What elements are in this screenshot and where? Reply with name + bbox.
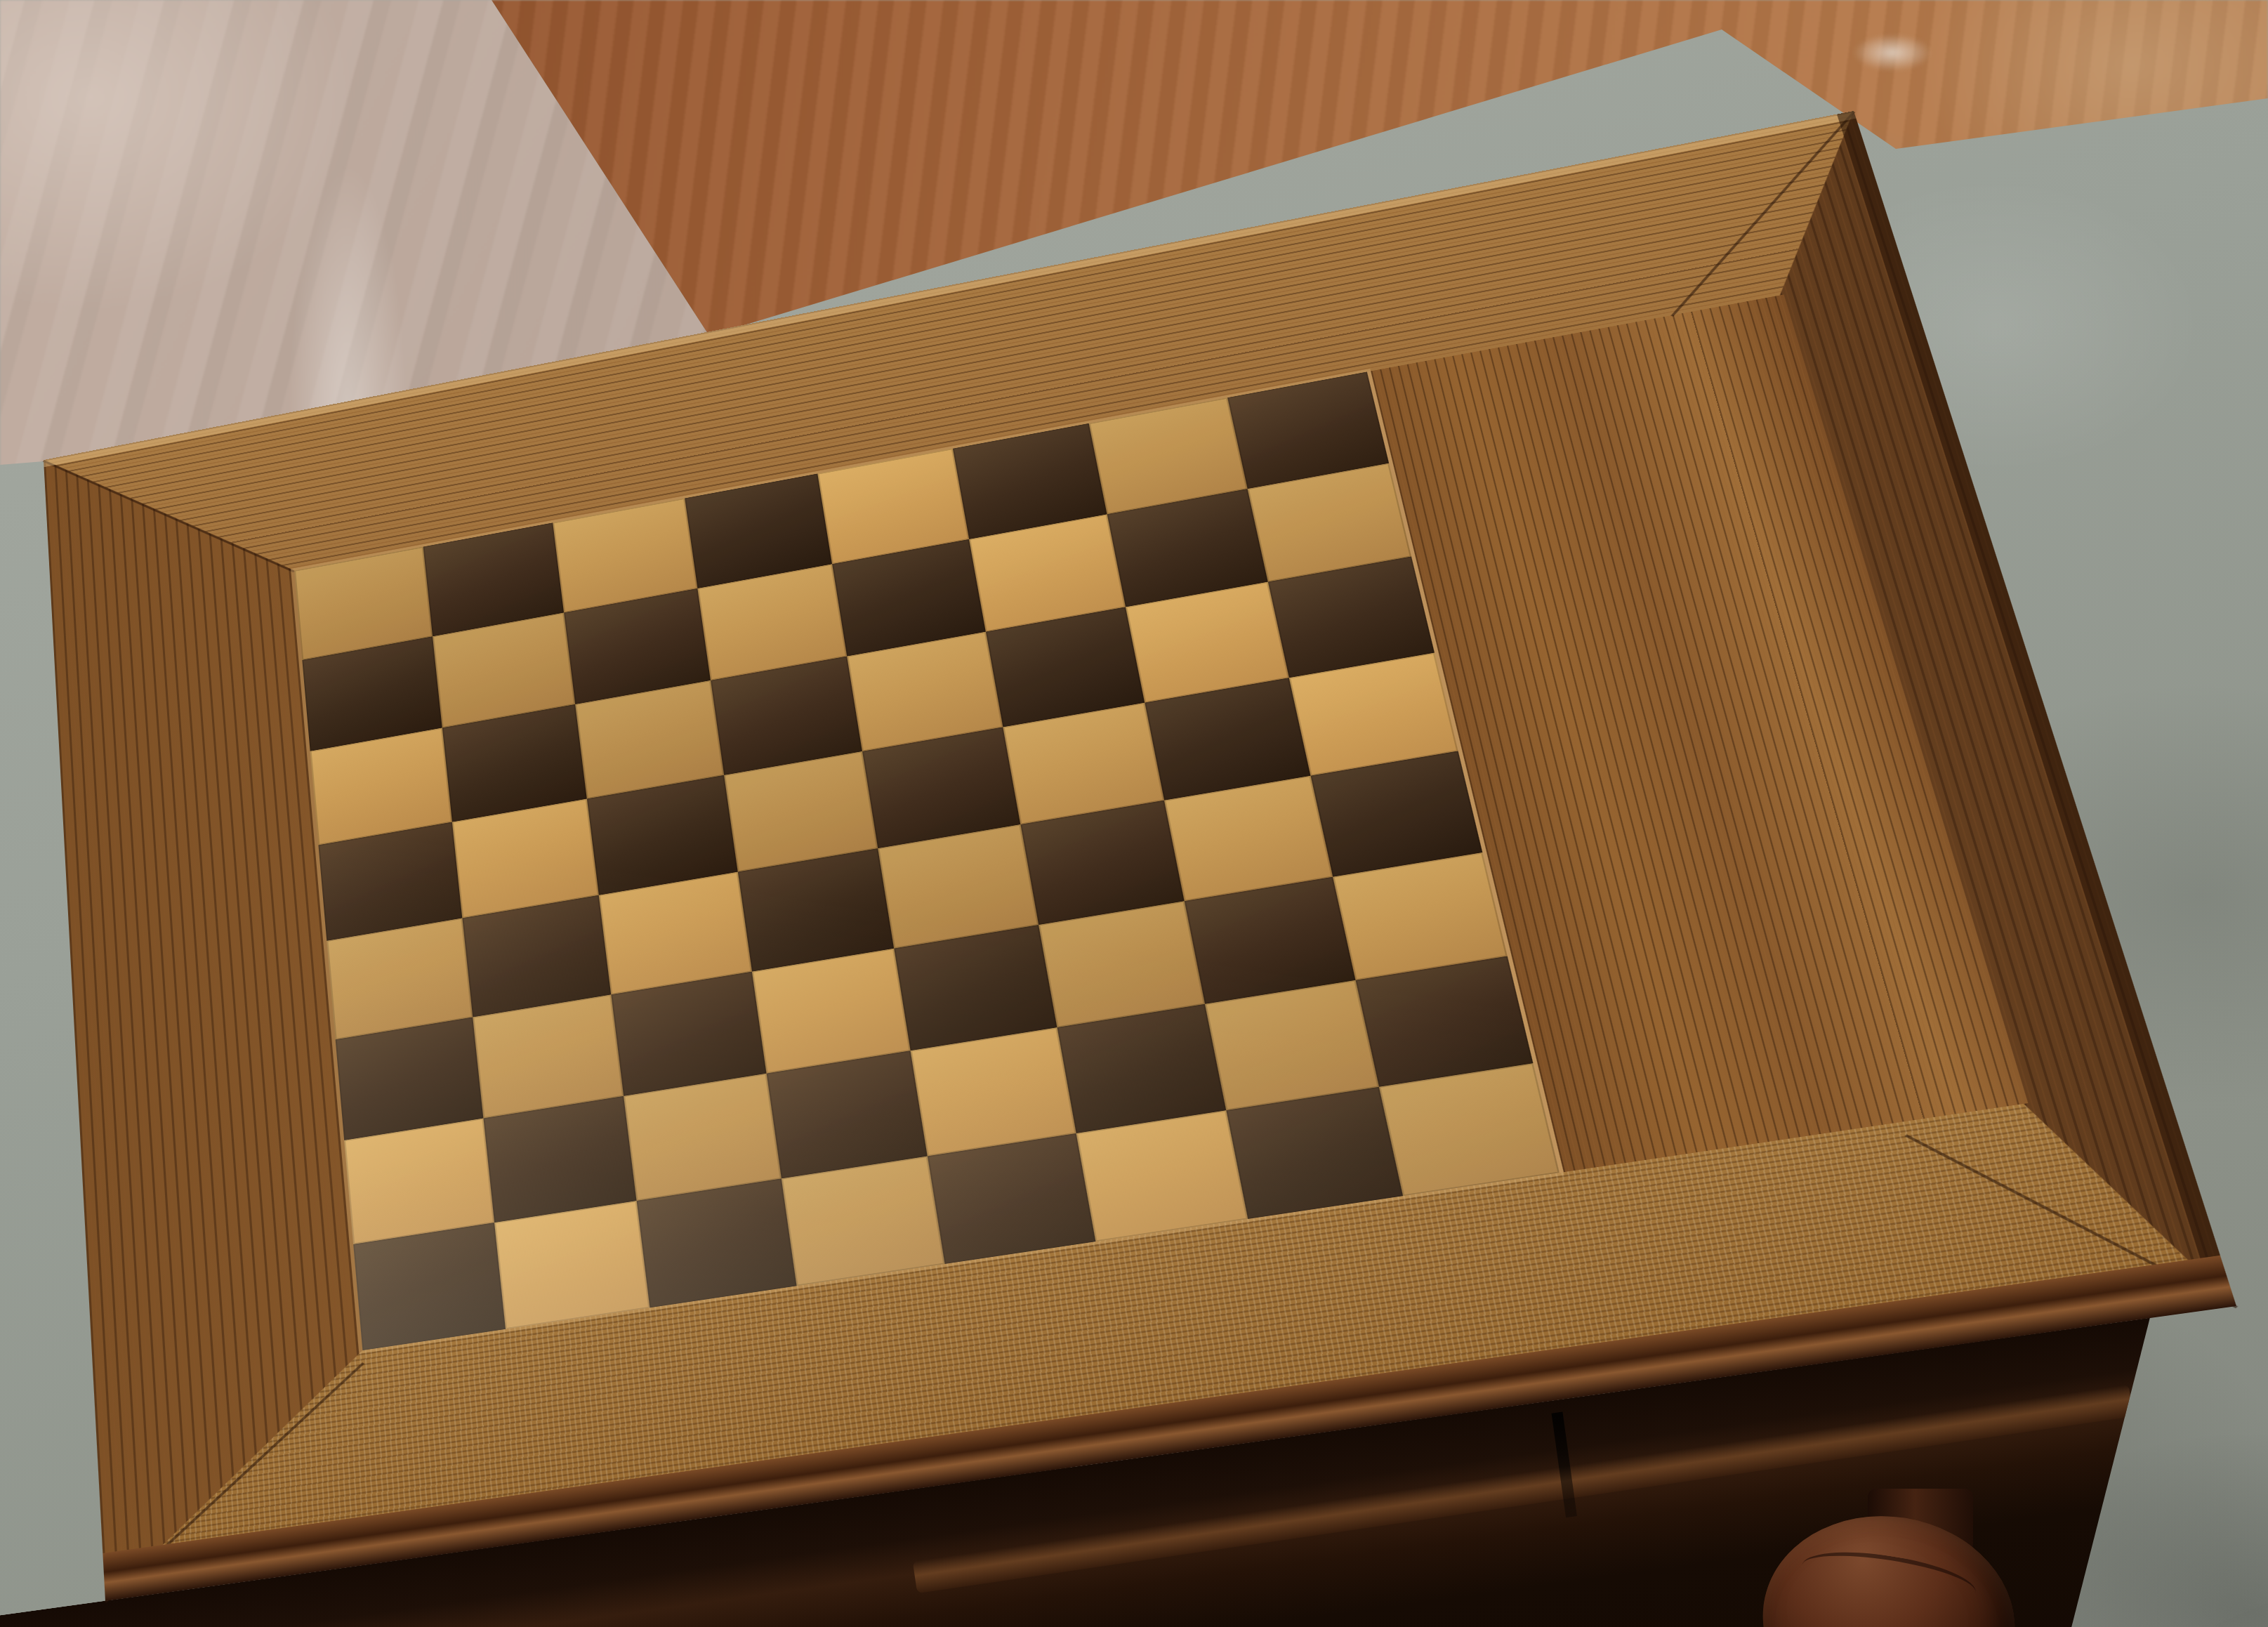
square-a1: [353, 1223, 505, 1350]
square-e1: [928, 1133, 1095, 1264]
square-f1: [1076, 1110, 1248, 1241]
square-h1: [1378, 1063, 1560, 1197]
square-g1: [1226, 1086, 1402, 1218]
square-d1: [781, 1156, 944, 1286]
photo-scene: [0, 0, 2268, 1627]
square-b1: [494, 1201, 650, 1329]
white-paint-streak: [1840, 28, 1945, 77]
turned-leg-front-right: [1734, 1489, 2071, 1627]
square-c1: [637, 1178, 797, 1307]
